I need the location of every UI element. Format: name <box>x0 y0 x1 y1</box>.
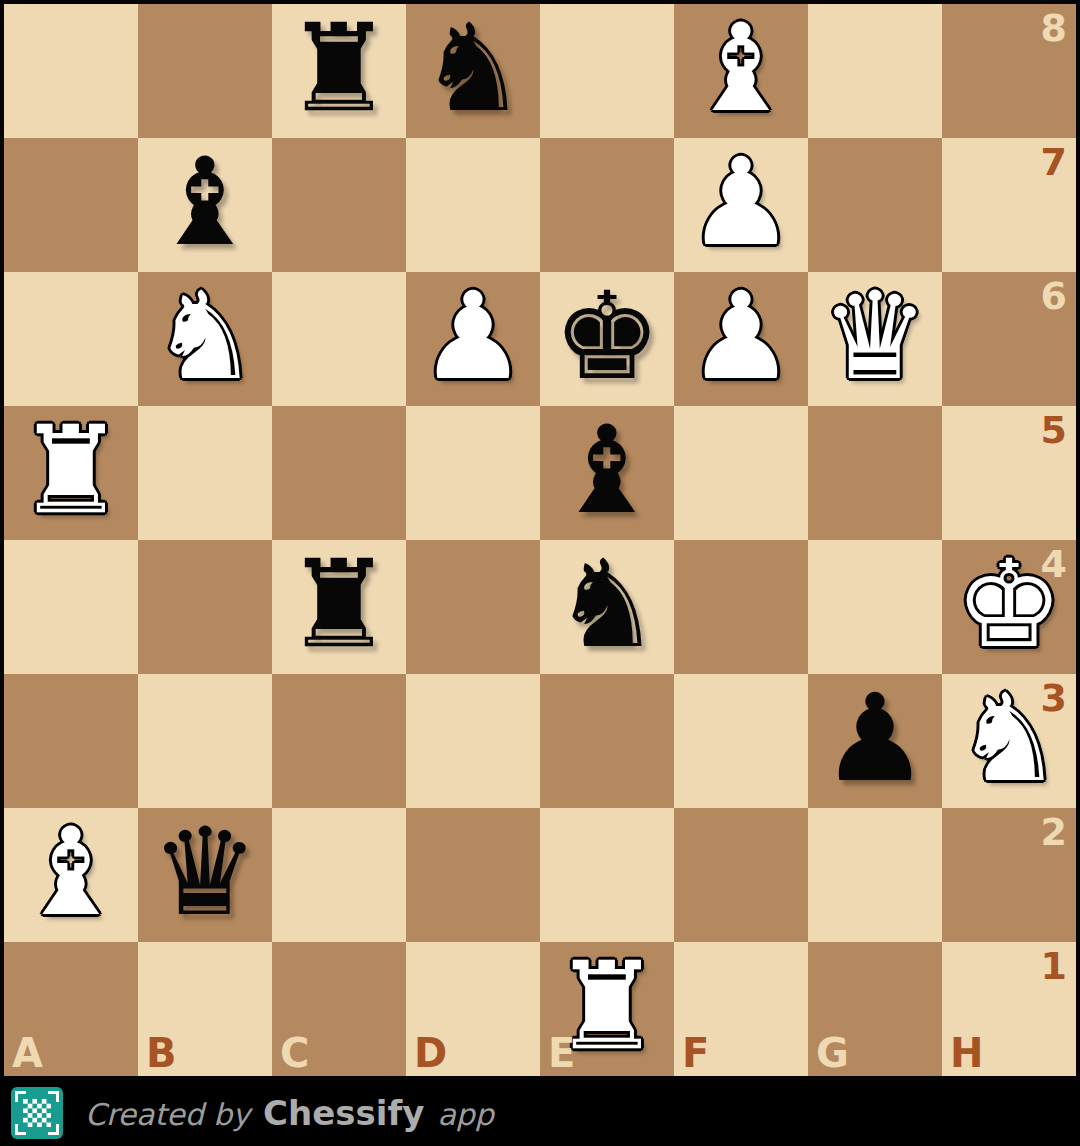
file-label-g: G <box>816 1033 849 1073</box>
rank-label-7: 7 <box>1041 143 1067 181</box>
square-e4[interactable]: ♞ <box>540 540 674 674</box>
rank-label-5: 5 <box>1041 411 1067 449</box>
square-h6[interactable]: 6 <box>942 272 1076 406</box>
square-b6[interactable]: ♞ <box>138 272 272 406</box>
square-c5[interactable] <box>272 406 406 540</box>
square-b3[interactable] <box>138 674 272 808</box>
file-label-c: C <box>280 1033 309 1073</box>
square-b1[interactable]: B <box>138 942 272 1076</box>
square-a4[interactable] <box>4 540 138 674</box>
square-d4[interactable] <box>406 540 540 674</box>
file-label-b: B <box>146 1033 177 1073</box>
square-b5[interactable] <box>138 406 272 540</box>
square-c6[interactable] <box>272 272 406 406</box>
app-suffix-text: app <box>437 1097 493 1132</box>
square-g2[interactable] <box>808 808 942 942</box>
square-e8[interactable] <box>540 4 674 138</box>
file-label-d: D <box>414 1033 447 1073</box>
square-c3[interactable] <box>272 674 406 808</box>
square-f8[interactable]: ♝ <box>674 4 808 138</box>
square-c4[interactable]: ♜ <box>272 540 406 674</box>
piece-black-knight: ♞ <box>553 544 661 671</box>
square-b7[interactable]: ♝ <box>138 138 272 272</box>
piece-white-pawn: ♟ <box>687 142 795 269</box>
piece-white-rook: ♜ <box>17 410 125 537</box>
square-a7[interactable] <box>4 138 138 272</box>
rank-label-2: 2 <box>1041 813 1067 851</box>
square-h2[interactable]: 2 <box>942 808 1076 942</box>
square-d3[interactable] <box>406 674 540 808</box>
square-e7[interactable] <box>540 138 674 272</box>
piece-black-queen: ♛ <box>151 812 259 939</box>
square-g7[interactable] <box>808 138 942 272</box>
piece-white-bishop: ♝ <box>687 8 795 135</box>
square-g3[interactable]: ♟ <box>808 674 942 808</box>
file-label-a: A <box>12 1033 43 1073</box>
piece-white-pawn: ♟ <box>687 276 795 403</box>
square-h4[interactable]: ♚4 <box>942 540 1076 674</box>
square-e6[interactable]: ♚ <box>540 272 674 406</box>
square-h7[interactable]: 7 <box>942 138 1076 272</box>
chessify-logo-icon <box>11 1087 63 1139</box>
square-c7[interactable] <box>272 138 406 272</box>
square-f1[interactable]: F <box>674 942 808 1076</box>
square-g4[interactable] <box>808 540 942 674</box>
square-a1[interactable]: A <box>4 942 138 1076</box>
piece-black-bishop: ♝ <box>553 410 661 537</box>
square-c2[interactable] <box>272 808 406 942</box>
square-g5[interactable] <box>808 406 942 540</box>
square-d8[interactable]: ♞ <box>406 4 540 138</box>
square-f6[interactable]: ♟ <box>674 272 808 406</box>
square-d7[interactable] <box>406 138 540 272</box>
square-a8[interactable] <box>4 4 138 138</box>
square-e2[interactable] <box>540 808 674 942</box>
piece-black-king: ♚ <box>553 276 661 403</box>
square-d2[interactable] <box>406 808 540 942</box>
rank-label-4: 4 <box>1041 545 1067 583</box>
square-b8[interactable] <box>138 4 272 138</box>
footer-bar: Created by Chessify app <box>0 1080 1080 1146</box>
square-a6[interactable] <box>4 272 138 406</box>
square-d1[interactable]: D <box>406 942 540 1076</box>
square-c1[interactable]: C <box>272 942 406 1076</box>
square-a5[interactable]: ♜ <box>4 406 138 540</box>
file-label-e: E <box>548 1033 575 1073</box>
rank-label-1: 1 <box>1041 947 1067 985</box>
piece-black-pawn: ♟ <box>821 678 929 805</box>
square-h3[interactable]: ♞3 <box>942 674 1076 808</box>
rank-label-6: 6 <box>1041 277 1067 315</box>
square-b2[interactable]: ♛ <box>138 808 272 942</box>
piece-white-pawn: ♟ <box>419 276 527 403</box>
square-c8[interactable]: ♜ <box>272 4 406 138</box>
square-f3[interactable] <box>674 674 808 808</box>
logo-checkerboard-icon <box>23 1099 51 1127</box>
created-by-text: Created by <box>85 1097 250 1132</box>
square-a2[interactable]: ♝ <box>4 808 138 942</box>
square-f4[interactable] <box>674 540 808 674</box>
square-f7[interactable]: ♟ <box>674 138 808 272</box>
file-label-f: F <box>682 1033 709 1073</box>
rank-label-8: 8 <box>1041 9 1067 47</box>
piece-white-knight: ♞ <box>151 276 259 403</box>
piece-white-queen: ♛ <box>821 276 929 403</box>
piece-black-rook: ♜ <box>285 8 393 135</box>
square-h1[interactable]: H1 <box>942 942 1076 1076</box>
square-h8[interactable]: 8 <box>942 4 1076 138</box>
square-d6[interactable]: ♟ <box>406 272 540 406</box>
square-g6[interactable]: ♛ <box>808 272 942 406</box>
piece-black-bishop: ♝ <box>151 142 259 269</box>
brand-name: Chessify <box>263 1093 424 1133</box>
square-b4[interactable] <box>138 540 272 674</box>
square-h5[interactable]: 5 <box>942 406 1076 540</box>
file-label-h: H <box>950 1033 983 1073</box>
square-a3[interactable] <box>4 674 138 808</box>
square-f2[interactable] <box>674 808 808 942</box>
piece-white-bishop: ♝ <box>17 812 125 939</box>
square-d5[interactable] <box>406 406 540 540</box>
square-g8[interactable] <box>808 4 942 138</box>
piece-black-knight: ♞ <box>419 8 527 135</box>
square-f5[interactable] <box>674 406 808 540</box>
square-e5[interactable]: ♝ <box>540 406 674 540</box>
rank-label-3: 3 <box>1041 679 1067 717</box>
chess-diagram-page: ♜♞♝8♝♟7♞♟♚♟♛6♜♝5♜♞♚4♟♞3♝♛2ABCD♜EFGH1 Cre… <box>0 0 1080 1146</box>
piece-black-rook: ♜ <box>285 544 393 671</box>
square-e3[interactable] <box>540 674 674 808</box>
credit-line: Created by Chessify app <box>85 1093 494 1133</box>
chess-board: ♜♞♝8♝♟7♞♟♚♟♛6♜♝5♜♞♚4♟♞3♝♛2ABCD♜EFGH1 <box>0 0 1080 1080</box>
square-e1[interactable]: ♜E <box>540 942 674 1076</box>
square-g1[interactable]: G <box>808 942 942 1076</box>
